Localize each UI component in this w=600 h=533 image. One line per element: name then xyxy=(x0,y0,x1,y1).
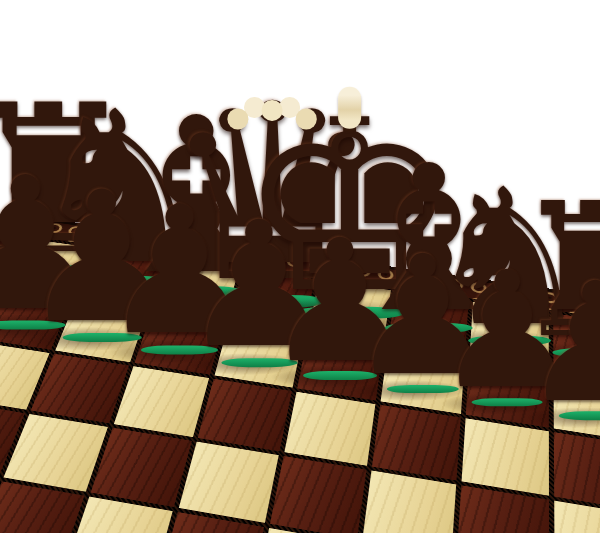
square-h7 xyxy=(553,370,600,442)
square-h5 xyxy=(554,501,600,533)
square-a8 xyxy=(4,238,93,295)
square-g7 xyxy=(466,357,548,427)
square-g8 xyxy=(470,302,549,366)
chess-set-photo: ♜♞♝♛♚♝♞♜♟♟♟♟♟♟♟♟ xyxy=(0,0,600,533)
square-d8 xyxy=(230,269,314,329)
chess-board xyxy=(0,213,600,533)
square-c7 xyxy=(134,310,225,375)
square-c8 xyxy=(153,259,239,318)
board-grid xyxy=(0,235,600,533)
square-d5 xyxy=(179,442,278,523)
square-f5 xyxy=(362,471,456,533)
square-d7 xyxy=(215,321,304,387)
square-b6 xyxy=(31,354,129,424)
square-e8 xyxy=(308,280,390,341)
square-e5 xyxy=(270,456,367,533)
square-g6 xyxy=(462,418,549,496)
board-perspective-wrapper xyxy=(0,0,600,533)
square-c5 xyxy=(91,428,192,507)
square-f8 xyxy=(388,291,468,354)
square-e7 xyxy=(297,333,384,400)
square-f7 xyxy=(381,345,466,414)
square-f6 xyxy=(372,405,461,481)
square-c6 xyxy=(114,366,210,437)
square-h8 xyxy=(553,313,600,378)
square-b8 xyxy=(78,248,166,306)
square-h6 xyxy=(553,432,600,511)
square-e6 xyxy=(284,392,375,466)
square-b7 xyxy=(56,299,148,362)
square-d6 xyxy=(198,379,292,452)
